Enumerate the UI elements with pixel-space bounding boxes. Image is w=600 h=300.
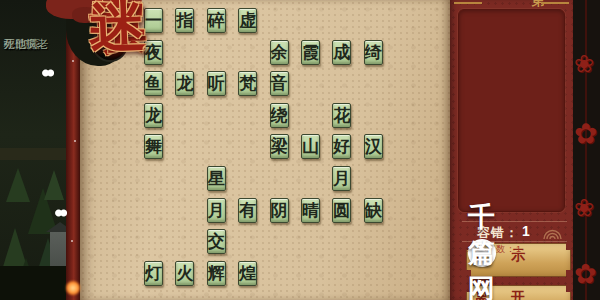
clue-display-area: [458, 9, 565, 212]
tile-鱼[interactable]: 鱼: [144, 71, 163, 96]
tile-听[interactable]: 听: [207, 71, 226, 96]
tile-火[interactable]: 火: [175, 261, 194, 286]
tile-成[interactable]: 成: [332, 40, 351, 65]
tile-花[interactable]: 花: [332, 103, 351, 128]
tile-圆[interactable]: 圆: [332, 198, 351, 223]
flower-icon: ❀: [574, 196, 594, 220]
flower-icon: ✿: [574, 262, 597, 286]
tile-音[interactable]: 音: [270, 71, 289, 96]
tile-交[interactable]: 交: [207, 229, 226, 254]
tile-缺[interactable]: 缺: [364, 198, 383, 223]
tile-龙[interactable]: 龙: [175, 71, 194, 96]
ground-decor: [0, 266, 66, 300]
path-decor: [0, 148, 66, 160]
floral-border: ❀ ✿ ❀ ✿: [573, 0, 600, 300]
tile-龙[interactable]: 龙: [144, 103, 163, 128]
tree-icon: [44, 170, 64, 200]
puzzle-board: 一指碎虚夜余霞成绮鱼龙听梵音龙绕花舞梁山好汉星月月有阴晴圆缺交灯火辉煌: [144, 8, 394, 291]
butterfly-icon: [55, 209, 67, 217]
puzzle-screen: 填 字 迷 ◆ 血染 打败神 ◆ 行医 救助疯老 死他 一指碎虚夜余霞成绮鱼龙听…: [0, 0, 600, 300]
tile-星[interactable]: 星: [207, 166, 226, 191]
tile-指[interactable]: 指: [175, 8, 194, 33]
tile-梵[interactable]: 梵: [238, 71, 257, 96]
sparkle-icon: [71, 240, 73, 242]
sparkle-icon: [72, 60, 74, 62]
tile-一[interactable]: 一: [144, 8, 163, 33]
tile-好[interactable]: 好: [332, 134, 351, 159]
tile-舞[interactable]: 舞: [144, 134, 163, 159]
quest-line: 死他: [4, 36, 26, 53]
flame-icon: [66, 280, 80, 296]
level-header-text: 第 关: [512, 0, 574, 7]
watermark-text: 千篇网: [468, 199, 496, 300]
tile-煌[interactable]: 煌: [238, 261, 257, 286]
tile-山[interactable]: 山: [301, 134, 320, 159]
tile-阴[interactable]: 阴: [270, 198, 289, 223]
tile-月[interactable]: 月: [207, 198, 226, 223]
level-header-partial: 第 关: [450, 0, 573, 7]
tile-梁[interactable]: 梁: [270, 134, 289, 159]
tile-虚[interactable]: 虚: [238, 8, 257, 33]
tile-余[interactable]: 余: [270, 40, 289, 65]
tile-辉[interactable]: 辉: [207, 261, 226, 286]
tolerance-value: 1: [522, 223, 530, 239]
tree-icon: [6, 168, 30, 202]
tile-灯[interactable]: 灯: [144, 261, 163, 286]
tile-碎[interactable]: 碎: [207, 8, 226, 33]
tile-有[interactable]: 有: [238, 198, 257, 223]
title-char: 迷: [89, 0, 147, 59]
tile-月[interactable]: 月: [332, 166, 351, 191]
butterfly-icon: [42, 69, 54, 77]
flower-icon: ❀: [574, 52, 594, 76]
sparkle-icon: [74, 140, 76, 142]
tile-晴[interactable]: 晴: [301, 198, 320, 223]
tile-汉[interactable]: 汉: [364, 134, 383, 159]
tile-绮[interactable]: 绮: [364, 40, 383, 65]
tile-绕[interactable]: 绕: [270, 103, 289, 128]
flower-icon: ✿: [574, 122, 597, 146]
tile-霞[interactable]: 霞: [301, 40, 320, 65]
